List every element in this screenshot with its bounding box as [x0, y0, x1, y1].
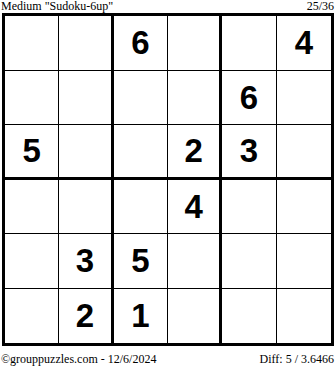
- cell-r5c4-empty[interactable]: [168, 234, 222, 289]
- cell-r3c2-empty[interactable]: [59, 125, 113, 180]
- cell-r1c2-empty[interactable]: [59, 16, 113, 71]
- cell-r6c6-empty[interactable]: [277, 289, 331, 344]
- sudoku-board: 64652343521: [2, 13, 334, 346]
- cell-r4c3-empty[interactable]: [114, 180, 168, 235]
- cell-r2c4-empty[interactable]: [168, 71, 222, 126]
- cell-r3c5-given: 3: [222, 125, 276, 180]
- cell-r3c1-given: 5: [5, 125, 59, 180]
- cell-r2c2-empty[interactable]: [59, 71, 113, 126]
- cell-r2c6-empty[interactable]: [277, 71, 331, 126]
- cell-r4c1-empty[interactable]: [5, 180, 59, 235]
- cell-r3c6-empty[interactable]: [277, 125, 331, 180]
- cell-r4c5-empty[interactable]: [222, 180, 276, 235]
- cell-r4c4-given: 4: [168, 180, 222, 235]
- cell-r6c2-given: 2: [59, 289, 113, 344]
- copyright-text: ©grouppuzzles.com - 12/6/2024: [1, 352, 156, 367]
- cell-r6c1-empty[interactable]: [5, 289, 59, 344]
- cell-r1c3-given: 6: [114, 16, 168, 71]
- cell-r5c5-empty[interactable]: [222, 234, 276, 289]
- cell-r2c3-empty[interactable]: [114, 71, 168, 126]
- cell-r6c3-given: 1: [114, 289, 168, 344]
- cell-r2c5-given: 6: [222, 71, 276, 126]
- cell-r5c3-given: 5: [114, 234, 168, 289]
- cell-r6c4-empty[interactable]: [168, 289, 222, 344]
- puzzle-title: Medium "Sudoku-6up": [1, 0, 113, 13]
- cell-r4c6-empty[interactable]: [277, 180, 331, 235]
- cell-r1c4-empty[interactable]: [168, 16, 222, 71]
- cell-r1c1-empty[interactable]: [5, 16, 59, 71]
- cell-r5c6-empty[interactable]: [277, 234, 331, 289]
- cell-r5c2-given: 3: [59, 234, 113, 289]
- cell-r6c5-empty[interactable]: [222, 289, 276, 344]
- cell-r1c5-empty[interactable]: [222, 16, 276, 71]
- footer: ©grouppuzzles.com - 12/6/2024 Diff: 5 / …: [0, 346, 336, 370]
- header: Medium "Sudoku-6up" 25/36: [0, 0, 336, 13]
- cell-r1c6-given: 4: [277, 16, 331, 71]
- cell-r3c3-empty[interactable]: [114, 125, 168, 180]
- difficulty-text: Diff: 5 / 3.6466: [260, 352, 334, 367]
- cell-r2c1-empty[interactable]: [5, 71, 59, 126]
- cell-r3c4-given: 2: [168, 125, 222, 180]
- empty-cell-counter: 25/36: [307, 0, 334, 13]
- cell-r5c1-empty[interactable]: [5, 234, 59, 289]
- cell-r4c2-empty[interactable]: [59, 180, 113, 235]
